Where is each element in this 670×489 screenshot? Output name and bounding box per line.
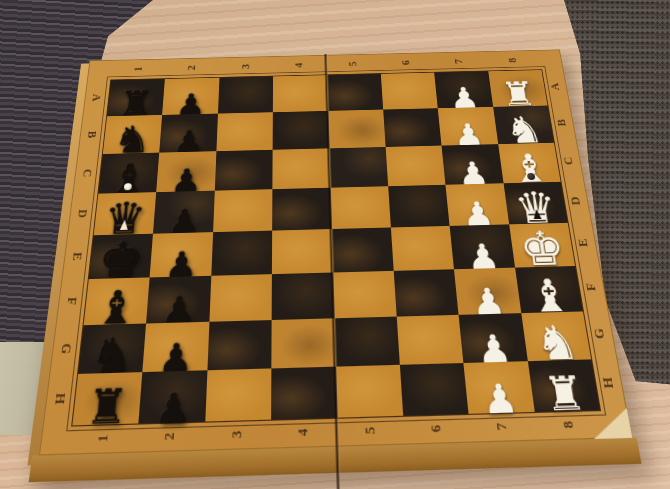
square-c7[interactable]: ♟ [157,151,217,192]
square-e1[interactable]: ♚ [509,223,575,268]
square-d6[interactable] [213,189,273,232]
square-a6[interactable] [218,76,273,113]
square-h1[interactable]: ♜ [527,359,599,412]
square-h2[interactable]: ♟ [464,361,535,414]
square-a5[interactable] [273,75,328,112]
square-a4[interactable] [327,74,383,111]
white-cone-finial [120,220,129,230]
square-f3[interactable] [394,269,459,316]
square-g4[interactable] [334,317,399,367]
square-a8[interactable]: ♜ [107,79,165,116]
piece-white-pawn-h2[interactable]: ♟ [480,379,520,420]
square-f8[interactable]: ♝ [84,277,150,325]
square-e5[interactable] [272,229,333,274]
square-e4[interactable] [332,227,394,272]
square-b4[interactable] [328,110,385,149]
square-g6[interactable] [207,320,272,370]
square-a1[interactable]: ♜ [488,70,548,107]
square-e7[interactable]: ♟ [150,232,213,277]
square-d4[interactable] [330,186,390,229]
square-h8[interactable]: ♜ [72,372,142,425]
square-a3[interactable] [381,73,438,110]
square-d3[interactable] [388,185,450,228]
square-b5[interactable] [273,111,329,150]
square-d7[interactable]: ♟ [153,191,214,234]
square-c4[interactable] [329,147,388,188]
square-f6[interactable] [209,274,272,322]
square-e6[interactable] [211,231,272,276]
piece-black-rook-h8[interactable]: ♜ [84,383,130,432]
square-a2[interactable]: ♟ [434,71,492,108]
photo-scene: 12345678 12345678 ABCDEFGH ABCDEFGH ♜♟♟♜… [0,0,670,489]
square-b8[interactable]: ♞ [103,115,163,154]
square-b1[interactable]: ♞ [493,106,554,145]
square-f4[interactable] [333,271,397,318]
square-c2[interactable]: ♟ [442,144,503,185]
square-e2[interactable]: ♟ [450,224,515,269]
square-c6[interactable] [215,150,273,191]
square-e8[interactable]: ♚ [89,234,154,279]
square-b3[interactable] [383,108,442,147]
square-h7[interactable]: ♟ [139,370,207,423]
piece-black-pawn-h7[interactable]: ♟ [154,388,192,430]
square-f5[interactable] [272,272,334,320]
square-h3[interactable] [400,363,469,416]
piece-white-rook-h1[interactable]: ♜ [541,370,589,418]
square-d5[interactable] [272,188,331,231]
square-h6[interactable] [205,368,271,421]
square-e3[interactable] [391,226,454,271]
square-g8[interactable]: ♞ [78,323,146,373]
square-g1[interactable]: ♞ [521,311,591,361]
square-b2[interactable]: ♟ [438,107,498,146]
square-f1[interactable]: ♝ [515,266,583,313]
square-c3[interactable] [386,146,446,187]
square-b6[interactable] [216,112,273,151]
square-h5[interactable] [271,367,337,420]
square-g2[interactable]: ♟ [459,313,528,363]
square-c5[interactable] [273,148,331,189]
square-b7[interactable]: ♟ [160,114,218,153]
square-f2[interactable]: ♟ [454,268,521,315]
square-h4[interactable] [336,365,403,418]
square-g3[interactable] [397,315,464,365]
chess-board: 12345678 12345678 ABCDEFGH ABCDEFGH ♜♟♟♜… [35,49,637,484]
square-g7[interactable]: ♟ [143,322,209,372]
black-cone-finial [532,209,541,219]
square-g5[interactable] [271,318,335,368]
square-a7[interactable]: ♟ [162,78,219,115]
black-ball-finial [527,173,536,180]
square-f7[interactable]: ♟ [146,276,211,324]
square-d2[interactable]: ♟ [446,183,509,226]
